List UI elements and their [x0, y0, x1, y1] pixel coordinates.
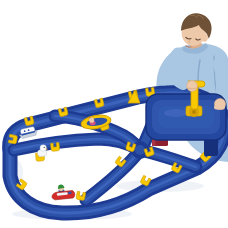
child-left-hand: [187, 81, 198, 92]
scene-illustration: [0, 0, 228, 228]
product-photo: [0, 0, 228, 228]
clamp-icon: [76, 191, 86, 200]
child-right-arm: [220, 64, 223, 98]
red-speedboat: [51, 183, 75, 200]
